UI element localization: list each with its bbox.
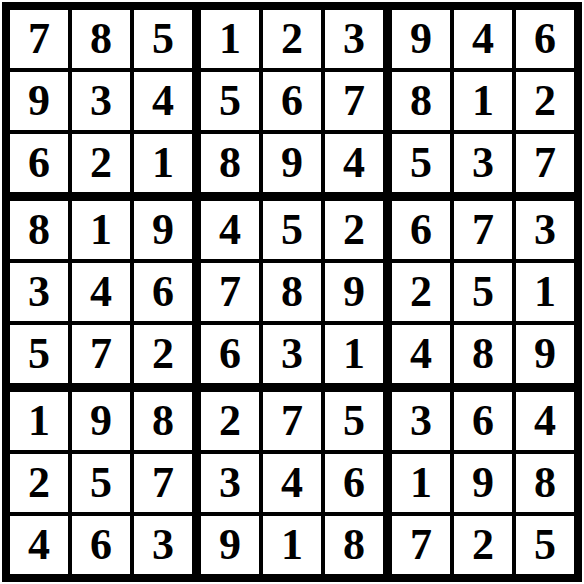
box-1-0: 819346572 <box>10 201 192 383</box>
cell-r9c9[interactable]: 5 <box>516 516 574 574</box>
cell-r2c1[interactable]: 9 <box>10 72 68 130</box>
cell-r9c2[interactable]: 6 <box>72 516 130 574</box>
cell-r4c8[interactable]: 7 <box>454 201 512 259</box>
cell-r6c7[interactable]: 4 <box>392 325 450 383</box>
cell-r2c6[interactable]: 7 <box>325 72 383 130</box>
cell-r1c8[interactable]: 4 <box>454 10 512 68</box>
sudoku-page: 7859346211235678949468125378193465724527… <box>0 0 584 584</box>
cell-r6c3[interactable]: 2 <box>134 325 192 383</box>
cell-r2c3[interactable]: 4 <box>134 72 192 130</box>
cell-r5c4[interactable]: 7 <box>201 263 259 321</box>
cell-r8c9[interactable]: 8 <box>516 454 574 512</box>
cell-r5c1[interactable]: 3 <box>10 263 68 321</box>
cell-r3c5[interactable]: 9 <box>263 134 321 192</box>
cell-r1c4[interactable]: 1 <box>201 10 259 68</box>
cell-r7c6[interactable]: 5 <box>325 392 383 450</box>
box-2-0: 198257463 <box>10 392 192 574</box>
cell-r2c4[interactable]: 5 <box>201 72 259 130</box>
cell-r2c8[interactable]: 1 <box>454 72 512 130</box>
cell-r3c1[interactable]: 6 <box>10 134 68 192</box>
cell-r7c2[interactable]: 9 <box>72 392 130 450</box>
cell-r8c8[interactable]: 9 <box>454 454 512 512</box>
box-0-0: 785934621 <box>10 10 192 192</box>
cell-r3c8[interactable]: 3 <box>454 134 512 192</box>
cell-r1c2[interactable]: 8 <box>72 10 130 68</box>
cell-r4c9[interactable]: 3 <box>516 201 574 259</box>
cell-r5c3[interactable]: 6 <box>134 263 192 321</box>
cell-r8c5[interactable]: 4 <box>263 454 321 512</box>
cell-r8c7[interactable]: 1 <box>392 454 450 512</box>
cell-r8c1[interactable]: 2 <box>10 454 68 512</box>
cell-r4c4[interactable]: 4 <box>201 201 259 259</box>
cell-r3c9[interactable]: 7 <box>516 134 574 192</box>
cell-r5c7[interactable]: 2 <box>392 263 450 321</box>
cell-r7c3[interactable]: 8 <box>134 392 192 450</box>
cell-r6c6[interactable]: 1 <box>325 325 383 383</box>
box-2-2: 364198725 <box>392 392 574 574</box>
cell-r2c9[interactable]: 2 <box>516 72 574 130</box>
cell-r6c8[interactable]: 8 <box>454 325 512 383</box>
cell-r1c1[interactable]: 7 <box>10 10 68 68</box>
sudoku-board: 7859346211235678949468125378193465724527… <box>2 2 582 582</box>
cell-r9c3[interactable]: 3 <box>134 516 192 574</box>
cell-r6c9[interactable]: 9 <box>516 325 574 383</box>
cell-r3c7[interactable]: 5 <box>392 134 450 192</box>
cell-r1c7[interactable]: 9 <box>392 10 450 68</box>
cell-r3c3[interactable]: 1 <box>134 134 192 192</box>
box-2-1: 275346918 <box>201 392 383 574</box>
box-1-1: 452789631 <box>201 201 383 383</box>
cell-r1c3[interactable]: 5 <box>134 10 192 68</box>
cell-r3c4[interactable]: 8 <box>201 134 259 192</box>
cell-r9c4[interactable]: 9 <box>201 516 259 574</box>
cell-r5c8[interactable]: 5 <box>454 263 512 321</box>
cell-r6c4[interactable]: 6 <box>201 325 259 383</box>
cell-r7c4[interactable]: 2 <box>201 392 259 450</box>
cell-r4c3[interactable]: 9 <box>134 201 192 259</box>
cell-r8c2[interactable]: 5 <box>72 454 130 512</box>
cell-r4c6[interactable]: 2 <box>325 201 383 259</box>
cell-r7c8[interactable]: 6 <box>454 392 512 450</box>
cell-r1c9[interactable]: 6 <box>516 10 574 68</box>
cell-r6c1[interactable]: 5 <box>10 325 68 383</box>
box-0-1: 123567894 <box>201 10 383 192</box>
cell-r5c5[interactable]: 8 <box>263 263 321 321</box>
cell-r8c6[interactable]: 6 <box>325 454 383 512</box>
cell-r5c9[interactable]: 1 <box>516 263 574 321</box>
cell-r9c1[interactable]: 4 <box>10 516 68 574</box>
cell-r7c9[interactable]: 4 <box>516 392 574 450</box>
cell-r3c6[interactable]: 4 <box>325 134 383 192</box>
cell-r7c5[interactable]: 7 <box>263 392 321 450</box>
cell-r9c7[interactable]: 7 <box>392 516 450 574</box>
cell-r6c5[interactable]: 3 <box>263 325 321 383</box>
cell-r5c6[interactable]: 9 <box>325 263 383 321</box>
cell-r7c7[interactable]: 3 <box>392 392 450 450</box>
box-0-2: 946812537 <box>392 10 574 192</box>
cell-r8c4[interactable]: 3 <box>201 454 259 512</box>
cell-r4c7[interactable]: 6 <box>392 201 450 259</box>
cell-r8c3[interactable]: 7 <box>134 454 192 512</box>
cell-r9c6[interactable]: 8 <box>325 516 383 574</box>
cell-r4c5[interactable]: 5 <box>263 201 321 259</box>
cell-r1c5[interactable]: 2 <box>263 10 321 68</box>
cell-r4c1[interactable]: 8 <box>10 201 68 259</box>
cell-r3c2[interactable]: 2 <box>72 134 130 192</box>
cell-r7c1[interactable]: 1 <box>10 392 68 450</box>
cell-r9c8[interactable]: 2 <box>454 516 512 574</box>
cell-r4c2[interactable]: 1 <box>72 201 130 259</box>
cell-r6c2[interactable]: 7 <box>72 325 130 383</box>
cell-r2c7[interactable]: 8 <box>392 72 450 130</box>
cell-r2c2[interactable]: 3 <box>72 72 130 130</box>
cell-r1c6[interactable]: 3 <box>325 10 383 68</box>
cell-r5c2[interactable]: 4 <box>72 263 130 321</box>
box-1-2: 673251489 <box>392 201 574 383</box>
cell-r9c5[interactable]: 1 <box>263 516 321 574</box>
cell-r2c5[interactable]: 6 <box>263 72 321 130</box>
